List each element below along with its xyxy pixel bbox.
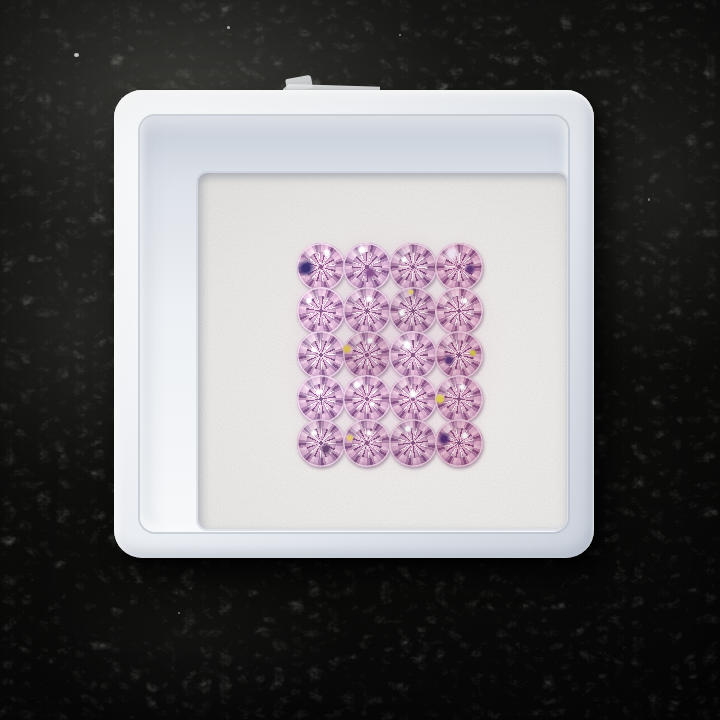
gem-flash [464, 263, 476, 275]
gem [435, 287, 483, 335]
gem [343, 331, 391, 379]
gem [297, 419, 345, 467]
gem-flash [310, 429, 318, 437]
foam-insert [198, 173, 567, 529]
gem [389, 375, 437, 423]
carpet-lint-speck [399, 34, 401, 36]
gem [435, 331, 483, 379]
box-inner-step [140, 116, 568, 532]
gem-flash [443, 354, 455, 366]
gem-flash [322, 248, 331, 257]
gem [297, 331, 345, 379]
gem-flash [365, 295, 374, 304]
gem [343, 243, 391, 291]
gem [297, 243, 345, 291]
gem-flash [366, 337, 374, 345]
gem-flash [306, 298, 313, 305]
photo-scene [0, 0, 720, 720]
gem [389, 243, 437, 291]
gem-flash [404, 425, 412, 433]
gem-flash [408, 389, 418, 399]
gem-flash [469, 349, 477, 357]
gem-flash [401, 339, 413, 351]
gem [389, 331, 437, 379]
gem-flash [445, 246, 460, 261]
carpet-lint-speck [227, 26, 230, 29]
carpet-lint-speck [178, 612, 180, 614]
gem [297, 287, 345, 335]
gem-flash [434, 394, 445, 405]
gem [343, 287, 391, 335]
gem-flash [437, 432, 451, 446]
gem-flash [400, 256, 408, 264]
gem-flash [461, 432, 469, 440]
gem-flash [315, 388, 323, 396]
gem-flash [363, 266, 377, 280]
gem [343, 375, 391, 423]
gem [343, 419, 391, 467]
carpet-lint-speck [74, 53, 79, 57]
gem-flash [408, 288, 415, 295]
gem [435, 419, 483, 467]
gem-flash [368, 400, 375, 407]
gem-flash [357, 245, 367, 255]
gem-flash [398, 309, 406, 317]
gem-flash [320, 443, 332, 455]
gem-flash [366, 430, 373, 437]
gem-flash [458, 383, 466, 391]
gem-grid [298, 244, 482, 464]
gem-flash [346, 434, 354, 442]
gem-display-box [114, 90, 594, 558]
gem-flash [461, 297, 469, 305]
carpet-lint-speck [648, 198, 650, 201]
gem [435, 375, 483, 423]
gem-flash [353, 380, 362, 389]
gem-flash [297, 259, 315, 277]
gem [297, 375, 345, 423]
gem [389, 287, 437, 335]
gem-flash [311, 347, 318, 354]
gem [435, 243, 483, 291]
gem [389, 419, 437, 467]
gem-flash [342, 344, 352, 354]
